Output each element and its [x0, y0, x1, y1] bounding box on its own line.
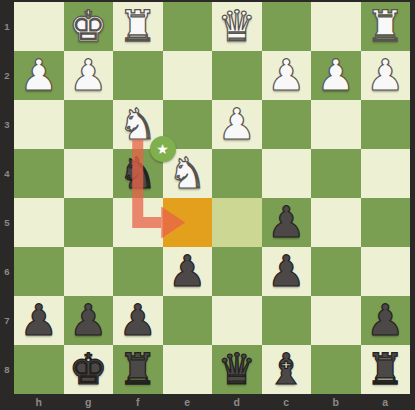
- rank-label-6: 6: [0, 247, 14, 296]
- square-d2[interactable]: [212, 51, 262, 100]
- square-c5[interactable]: ♟: [262, 198, 312, 247]
- piece-black-pawn-e6[interactable]: ♟: [163, 247, 213, 296]
- square-a3[interactable]: [361, 100, 411, 149]
- square-c7[interactable]: [262, 296, 312, 345]
- square-d5[interactable]: [212, 198, 262, 247]
- file-label-f: f: [113, 394, 163, 410]
- piece-white-rook-a1[interactable]: ♜: [361, 2, 411, 51]
- piece-black-pawn-g7[interactable]: ♟: [64, 296, 114, 345]
- square-g6[interactable]: [64, 247, 114, 296]
- square-a1[interactable]: ♜: [361, 2, 411, 51]
- square-c1[interactable]: [262, 2, 312, 51]
- chess-board-panel: 12345678 ♚♜♛♜♟♟♟♟♟♞♟♞♞♟♟♟♟♟♟♟♚♜♛♝♜ ★ hgf…: [0, 0, 415, 410]
- rank-labels: 12345678: [0, 2, 14, 394]
- square-e8[interactable]: [163, 345, 213, 394]
- piece-white-pawn-d3[interactable]: ♟: [212, 100, 262, 149]
- piece-black-pawn-h7[interactable]: ♟: [14, 296, 64, 345]
- square-d6[interactable]: [212, 247, 262, 296]
- square-b8[interactable]: [311, 345, 361, 394]
- square-e2[interactable]: [163, 51, 213, 100]
- square-h3[interactable]: [14, 100, 64, 149]
- piece-black-rook-a8[interactable]: ♜: [361, 345, 411, 394]
- piece-black-rook-f8[interactable]: ♜: [113, 345, 163, 394]
- star-icon: ★: [156, 142, 169, 156]
- piece-black-pawn-f7[interactable]: ♟: [113, 296, 163, 345]
- piece-black-pawn-c6[interactable]: ♟: [262, 247, 312, 296]
- square-a2[interactable]: ♟: [361, 51, 411, 100]
- square-h7[interactable]: ♟: [14, 296, 64, 345]
- square-b1[interactable]: [311, 2, 361, 51]
- file-label-d: d: [212, 394, 262, 410]
- square-h2[interactable]: ♟: [14, 51, 64, 100]
- piece-black-pawn-a7[interactable]: ♟: [361, 296, 411, 345]
- square-b6[interactable]: [311, 247, 361, 296]
- square-c2[interactable]: ♟: [262, 51, 312, 100]
- square-f1[interactable]: ♜: [113, 2, 163, 51]
- rank-label-1: 1: [0, 2, 14, 51]
- rank-label-5: 5: [0, 198, 14, 247]
- square-g2[interactable]: ♟: [64, 51, 114, 100]
- square-f8[interactable]: ♜: [113, 345, 163, 394]
- square-c4[interactable]: [262, 149, 312, 198]
- square-d4[interactable]: [212, 149, 262, 198]
- square-h5[interactable]: [14, 198, 64, 247]
- square-c6[interactable]: ♟: [262, 247, 312, 296]
- square-h8[interactable]: [14, 345, 64, 394]
- square-b4[interactable]: [311, 149, 361, 198]
- file-label-a: a: [361, 394, 411, 410]
- square-b3[interactable]: [311, 100, 361, 149]
- piece-white-pawn-c2[interactable]: ♟: [262, 51, 312, 100]
- file-labels: hgfedcba: [14, 394, 410, 410]
- file-label-e: e: [163, 394, 213, 410]
- square-d7[interactable]: [212, 296, 262, 345]
- piece-black-king-g8[interactable]: ♚: [64, 345, 114, 394]
- square-h6[interactable]: [14, 247, 64, 296]
- square-b7[interactable]: [311, 296, 361, 345]
- file-label-g: g: [64, 394, 114, 410]
- rank-label-3: 3: [0, 100, 14, 149]
- square-c3[interactable]: [262, 100, 312, 149]
- piece-white-queen-d1[interactable]: ♛: [212, 2, 262, 51]
- square-e7[interactable]: [163, 296, 213, 345]
- board[interactable]: ♚♜♛♜♟♟♟♟♟♞♟♞♞♟♟♟♟♟♟♟♚♜♛♝♜: [14, 2, 410, 394]
- rank-label-2: 2: [0, 51, 14, 100]
- square-f2[interactable]: [113, 51, 163, 100]
- square-f7[interactable]: ♟: [113, 296, 163, 345]
- square-g4[interactable]: [64, 149, 114, 198]
- square-a8[interactable]: ♜: [361, 345, 411, 394]
- square-h4[interactable]: [14, 149, 64, 198]
- square-d3[interactable]: ♟: [212, 100, 262, 149]
- piece-white-pawn-b2[interactable]: ♟: [311, 51, 361, 100]
- square-a5[interactable]: [361, 198, 411, 247]
- file-label-c: c: [262, 394, 312, 410]
- piece-white-rook-f1[interactable]: ♜: [113, 2, 163, 51]
- file-label-h: h: [14, 394, 64, 410]
- rank-label-7: 7: [0, 296, 14, 345]
- piece-white-pawn-a2[interactable]: ♟: [361, 51, 411, 100]
- square-a4[interactable]: [361, 149, 411, 198]
- square-a6[interactable]: [361, 247, 411, 296]
- square-e5[interactable]: [163, 198, 213, 247]
- piece-black-pawn-c5[interactable]: ♟: [262, 198, 312, 247]
- square-b5[interactable]: [311, 198, 361, 247]
- rank-label-4: 4: [0, 149, 14, 198]
- square-h1[interactable]: [14, 2, 64, 51]
- piece-black-bishop-c8[interactable]: ♝: [262, 345, 312, 394]
- square-f6[interactable]: [113, 247, 163, 296]
- square-g5[interactable]: [64, 198, 114, 247]
- square-c8[interactable]: ♝: [262, 345, 312, 394]
- square-d8[interactable]: ♛: [212, 345, 262, 394]
- square-g3[interactable]: [64, 100, 114, 149]
- piece-white-king-g1[interactable]: ♚: [64, 2, 114, 51]
- square-g7[interactable]: ♟: [64, 296, 114, 345]
- piece-white-pawn-g2[interactable]: ♟: [64, 51, 114, 100]
- square-d1[interactable]: ♛: [212, 2, 262, 51]
- square-b2[interactable]: ♟: [311, 51, 361, 100]
- square-e6[interactable]: ♟: [163, 247, 213, 296]
- rank-label-8: 8: [0, 345, 14, 394]
- piece-black-queen-d8[interactable]: ♛: [212, 345, 262, 394]
- square-g1[interactable]: ♚: [64, 2, 114, 51]
- square-f5[interactable]: [113, 198, 163, 247]
- piece-white-pawn-h2[interactable]: ♟: [14, 51, 64, 100]
- square-a7[interactable]: ♟: [361, 296, 411, 345]
- square-e1[interactable]: [163, 2, 213, 51]
- square-g8[interactable]: ♚: [64, 345, 114, 394]
- best-move-badge: ★: [150, 136, 176, 162]
- file-label-b: b: [311, 394, 361, 410]
